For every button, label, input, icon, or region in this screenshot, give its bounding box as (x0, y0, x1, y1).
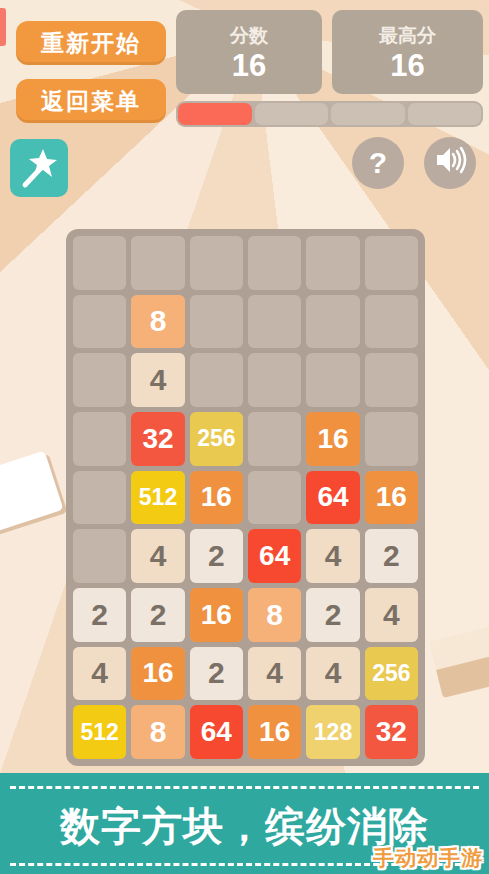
tile-64: 64 (190, 705, 243, 759)
cell-r3c6 (365, 353, 418, 407)
cell-r4c1 (73, 412, 126, 466)
tile-4: 4 (365, 588, 418, 642)
best-score-panel: 最高分 16 (332, 10, 483, 94)
cell-r4c5: 16 (306, 412, 359, 466)
cell-r7c3: 16 (190, 588, 243, 642)
tile-4: 4 (131, 529, 184, 583)
cell-r6c3: 2 (190, 529, 243, 583)
tile-4: 4 (306, 529, 359, 583)
tile-512: 512 (73, 705, 126, 759)
tile-2: 2 (73, 588, 126, 642)
cell-r7c5: 2 (306, 588, 359, 642)
cell-r1c1 (73, 236, 126, 290)
bottom-banner: 数字方块，缤纷消除 手动动手游 (0, 773, 489, 874)
tile-4: 4 (306, 647, 359, 701)
sound-button[interactable] (424, 137, 476, 189)
cell-r8c2: 16 (131, 647, 184, 701)
tile-16: 16 (365, 471, 418, 525)
progress-segment-1 (178, 103, 252, 125)
cell-r2c6 (365, 295, 418, 349)
cell-r6c5: 4 (306, 529, 359, 583)
tile-256: 256 (365, 647, 418, 701)
cell-r8c1: 4 (73, 647, 126, 701)
cell-r4c2: 32 (131, 412, 184, 466)
best-score-label: 最高分 (379, 23, 436, 49)
tile-16: 16 (306, 412, 359, 466)
cell-r2c2: 8 (131, 295, 184, 349)
cell-r1c2 (131, 236, 184, 290)
tile-4: 4 (73, 647, 126, 701)
cell-r2c1 (73, 295, 126, 349)
cell-r7c1: 2 (73, 588, 126, 642)
cell-r6c6: 2 (365, 529, 418, 583)
tile-64: 64 (306, 471, 359, 525)
speaker-icon (433, 143, 467, 184)
cell-r5c6: 16 (365, 471, 418, 525)
help-button[interactable]: ? (352, 137, 404, 189)
cell-r8c5: 4 (306, 647, 359, 701)
tile-8: 8 (131, 705, 184, 759)
progress-segment-4 (408, 103, 482, 125)
tile-16: 16 (248, 705, 301, 759)
restart-button[interactable]: 重新开始 (16, 21, 166, 65)
cell-r5c4 (248, 471, 301, 525)
tile-32: 32 (365, 705, 418, 759)
tile-16: 16 (190, 471, 243, 525)
cell-r1c3 (190, 236, 243, 290)
tile-2: 2 (190, 529, 243, 583)
cell-r8c6: 256 (365, 647, 418, 701)
tile-512: 512 (131, 471, 184, 525)
cell-r9c1: 512 (73, 705, 126, 759)
cell-r9c2: 8 (131, 705, 184, 759)
magic-wand-button[interactable] (10, 139, 68, 197)
magic-wand-icon (17, 145, 61, 192)
score-value: 16 (232, 50, 266, 81)
return-menu-button[interactable]: 返回菜单 (16, 79, 166, 123)
cell-r6c2: 4 (131, 529, 184, 583)
question-mark-icon: ? (369, 146, 387, 180)
best-score-value: 16 (390, 50, 424, 81)
tile-2: 2 (190, 647, 243, 701)
tile-8: 8 (131, 295, 184, 349)
cell-r7c6: 4 (365, 588, 418, 642)
cell-r2c4 (248, 295, 301, 349)
score-panel: 分数 16 (176, 10, 322, 94)
tile-64: 64 (248, 529, 301, 583)
cell-r3c3 (190, 353, 243, 407)
tile-4: 4 (131, 353, 184, 407)
cell-r3c4 (248, 353, 301, 407)
cell-r8c4: 4 (248, 647, 301, 701)
cell-r3c1 (73, 353, 126, 407)
cell-r3c5 (306, 353, 359, 407)
progress-segment-3 (331, 103, 405, 125)
score-label: 分数 (230, 23, 268, 49)
watermark: 手动动手游 (373, 844, 483, 872)
cell-r5c1 (73, 471, 126, 525)
cell-r6c1 (73, 529, 126, 583)
cell-r9c3: 64 (190, 705, 243, 759)
tile-16: 16 (131, 647, 184, 701)
tile-256: 256 (190, 412, 243, 466)
tile-2: 2 (131, 588, 184, 642)
cell-r7c4: 8 (248, 588, 301, 642)
banner-dashed-line-top (10, 786, 479, 789)
tile-2: 2 (306, 588, 359, 642)
cell-r5c3: 16 (190, 471, 243, 525)
tile-16: 16 (190, 588, 243, 642)
cell-r7c2: 2 (131, 588, 184, 642)
cell-r2c3 (190, 295, 243, 349)
cell-r9c4: 16 (248, 705, 301, 759)
board[interactable]: 8432256165121664164264422216824416244256… (66, 229, 425, 766)
cell-r4c3: 256 (190, 412, 243, 466)
cell-r3c2: 4 (131, 353, 184, 407)
cell-r6c4: 64 (248, 529, 301, 583)
cell-r5c5: 64 (306, 471, 359, 525)
progress-segment-2 (255, 103, 329, 125)
cell-r4c4 (248, 412, 301, 466)
tile-32: 32 (131, 412, 184, 466)
progress-bar (176, 101, 483, 127)
cell-r5c2: 512 (131, 471, 184, 525)
tile-4: 4 (248, 647, 301, 701)
cell-r8c3: 2 (190, 647, 243, 701)
background-red-decoration (0, 8, 6, 46)
cell-r4c6 (365, 412, 418, 466)
cell-r1c6 (365, 236, 418, 290)
cell-r2c5 (306, 295, 359, 349)
cell-r1c5 (306, 236, 359, 290)
cell-r9c6: 32 (365, 705, 418, 759)
cell-r9c5: 128 (306, 705, 359, 759)
tile-128: 128 (306, 705, 359, 759)
cell-r1c4 (248, 236, 301, 290)
tile-8: 8 (248, 588, 301, 642)
tile-2: 2 (365, 529, 418, 583)
